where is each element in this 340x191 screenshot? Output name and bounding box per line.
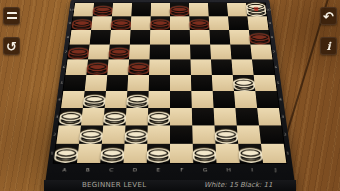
file-label-d: D bbox=[123, 165, 147, 175]
square-a2 bbox=[56, 125, 81, 143]
square-a4 bbox=[61, 91, 85, 108]
square-i3[interactable] bbox=[235, 108, 259, 126]
king-crown-icon: ♛ bbox=[252, 6, 260, 12]
square-d10[interactable] bbox=[131, 3, 151, 16]
square-g1[interactable]: ⛂ bbox=[193, 144, 217, 163]
white-count-label: White: 15 bbox=[204, 181, 238, 190]
square-h4[interactable] bbox=[213, 91, 236, 108]
square-h3 bbox=[214, 108, 237, 126]
square-f2[interactable] bbox=[170, 125, 193, 143]
square-f4[interactable] bbox=[170, 91, 192, 108]
file-label-c: C bbox=[99, 165, 123, 175]
square-c10 bbox=[112, 3, 132, 16]
square-i9[interactable] bbox=[228, 16, 249, 30]
square-b2[interactable]: ⛂ bbox=[79, 125, 103, 143]
square-i4 bbox=[234, 91, 257, 108]
square-f5 bbox=[170, 75, 191, 91]
file-label-i: I bbox=[240, 165, 264, 175]
info-icon: i bbox=[326, 41, 330, 52]
level-label: BEGINNER LEVEL bbox=[82, 181, 146, 190]
square-c3[interactable]: ⛂ bbox=[103, 108, 126, 126]
square-b7 bbox=[88, 45, 110, 60]
square-f8[interactable] bbox=[170, 30, 190, 44]
square-i5[interactable]: ⛂ bbox=[233, 75, 256, 91]
square-b4[interactable]: ⛂ bbox=[83, 91, 106, 108]
square-j9 bbox=[247, 16, 268, 30]
checkers-board[interactable]: ⛂⛂⛃♛⛂⛂⛂⛂⛂⛂⛂⛂⛂⛂⛂⛂⛂⛂⛂⛂⛂⛂⛂⛂⛂⛂⛂ 12345678910 … bbox=[44, 0, 296, 191]
square-c9[interactable]: ⛂ bbox=[111, 16, 131, 30]
game-screen: ⛂⛂⛃♛⛂⛂⛂⛂⛂⛂⛂⛂⛂⛂⛂⛂⛂⛂⛂⛂⛂⛂⛂⛂⛂⛂⛂ 12345678910 … bbox=[0, 0, 340, 191]
white-man[interactable]: ⛂ bbox=[148, 108, 170, 126]
square-g9[interactable]: ⛂ bbox=[189, 16, 209, 30]
square-g4 bbox=[191, 91, 213, 108]
square-d2[interactable]: ⛂ bbox=[125, 125, 148, 143]
square-g6 bbox=[190, 59, 211, 75]
black-man[interactable]: ⛂ bbox=[111, 16, 131, 30]
black-man[interactable]: ⛂ bbox=[150, 16, 170, 30]
square-d5 bbox=[127, 75, 149, 91]
white-man[interactable]: ⛂ bbox=[59, 108, 83, 126]
black-count-label: Black: 11 bbox=[240, 181, 272, 190]
square-f6[interactable] bbox=[170, 59, 191, 75]
restart-icon: ↺ bbox=[6, 39, 17, 52]
file-label-b: B bbox=[76, 165, 100, 175]
square-a8 bbox=[70, 30, 92, 44]
square-h9 bbox=[209, 16, 229, 30]
status-bar: BEGINNER LEVEL White: 15 Black: 11 bbox=[44, 180, 296, 191]
square-h5 bbox=[212, 75, 234, 91]
square-d8[interactable] bbox=[130, 30, 150, 44]
square-g5[interactable] bbox=[191, 75, 213, 91]
square-h2[interactable]: ⛂ bbox=[215, 125, 239, 143]
square-j2[interactable] bbox=[259, 125, 284, 143]
square-b8[interactable] bbox=[90, 30, 111, 44]
square-d4[interactable]: ⛂ bbox=[126, 91, 148, 108]
restart-button[interactable]: ↺ bbox=[3, 37, 20, 55]
board-scene: ⛂⛂⛃♛⛂⛂⛂⛂⛂⛂⛂⛂⛂⛂⛂⛂⛂⛂⛂⛂⛂⛂⛂⛂⛂⛂⛂ 12345678910 … bbox=[44, 0, 296, 191]
square-f1 bbox=[170, 144, 193, 163]
rank-label-right-4: 4 bbox=[277, 91, 285, 108]
square-f9 bbox=[170, 16, 190, 30]
square-c7[interactable]: ⛂ bbox=[109, 45, 130, 60]
rank-label-right-10: 10 bbox=[265, 3, 272, 16]
square-h6[interactable] bbox=[211, 59, 233, 75]
square-e4 bbox=[148, 91, 170, 108]
white-man[interactable]: ⛂ bbox=[100, 144, 124, 163]
white-man[interactable]: ⛂ bbox=[125, 125, 148, 143]
square-b6[interactable]: ⛂ bbox=[86, 59, 108, 75]
menu-button[interactable] bbox=[3, 7, 20, 25]
square-j10[interactable]: ⛃♛ bbox=[246, 3, 267, 16]
square-a10 bbox=[73, 3, 94, 16]
file-label-j: J bbox=[263, 165, 288, 175]
white-man[interactable]: ⛂ bbox=[215, 125, 239, 143]
square-e10 bbox=[151, 3, 170, 16]
square-b1 bbox=[77, 144, 102, 163]
square-j3 bbox=[257, 108, 281, 126]
hamburger-icon bbox=[7, 12, 17, 20]
square-c6 bbox=[107, 59, 129, 75]
rank-label-right-6: 6 bbox=[272, 59, 279, 75]
square-d1 bbox=[123, 144, 147, 163]
square-d3 bbox=[125, 108, 148, 126]
square-j8[interactable]: ⛂ bbox=[249, 30, 271, 44]
square-e6 bbox=[149, 59, 170, 75]
black-man[interactable]: ⛂ bbox=[128, 59, 149, 75]
white-man[interactable]: ⛂ bbox=[233, 75, 256, 91]
square-g8 bbox=[190, 30, 210, 44]
rank-label-right-7: 7 bbox=[270, 45, 277, 60]
square-g7[interactable] bbox=[190, 45, 211, 60]
info-button[interactable]: i bbox=[320, 37, 337, 55]
rank-label-right-1: 1 bbox=[284, 144, 292, 163]
file-label-f: F bbox=[170, 165, 194, 175]
black-man[interactable]: ⛂ bbox=[68, 45, 90, 60]
square-g2 bbox=[192, 125, 215, 143]
square-c4 bbox=[105, 91, 128, 108]
file-label-a: A bbox=[52, 165, 77, 175]
square-a5[interactable] bbox=[63, 75, 86, 91]
square-i2 bbox=[237, 125, 261, 143]
square-j4[interactable] bbox=[255, 91, 279, 108]
square-a6 bbox=[65, 59, 88, 75]
rank-label-right-9: 9 bbox=[267, 16, 274, 30]
square-f10[interactable]: ⛂ bbox=[170, 3, 189, 16]
white-man[interactable]: ⛂ bbox=[193, 144, 217, 163]
white-man[interactable]: ⛂ bbox=[238, 144, 263, 163]
square-e9[interactable]: ⛂ bbox=[150, 16, 170, 30]
square-b10[interactable]: ⛂ bbox=[93, 3, 113, 16]
undo-icon: ↶ bbox=[323, 9, 334, 22]
square-h7 bbox=[210, 45, 231, 60]
black-man[interactable]: ⛂ bbox=[189, 16, 209, 30]
black-man[interactable]: ⛂ bbox=[109, 45, 130, 60]
white-man[interactable]: ⛂ bbox=[126, 91, 148, 108]
square-a7[interactable]: ⛂ bbox=[68, 45, 90, 60]
white-man[interactable]: ⛂ bbox=[83, 91, 106, 108]
square-b5 bbox=[85, 75, 108, 91]
square-b3 bbox=[81, 108, 105, 126]
square-a1[interactable]: ⛂ bbox=[54, 144, 79, 163]
square-d7 bbox=[129, 45, 150, 60]
black-man[interactable]: ⛂ bbox=[249, 30, 271, 44]
file-label-g: G bbox=[193, 165, 217, 175]
square-d6[interactable]: ⛂ bbox=[128, 59, 149, 75]
square-h8[interactable] bbox=[209, 30, 230, 44]
white-king[interactable]: ⛃♛ bbox=[246, 3, 267, 16]
square-i8 bbox=[229, 30, 250, 44]
square-e3[interactable]: ⛂ bbox=[148, 108, 170, 126]
rank-label-right-3: 3 bbox=[279, 108, 287, 126]
file-labels: ABCDEFGHIJ bbox=[52, 165, 288, 175]
file-label-e: E bbox=[146, 165, 170, 175]
white-man[interactable]: ⛂ bbox=[147, 144, 170, 163]
square-g3[interactable] bbox=[192, 108, 215, 126]
square-i7[interactable] bbox=[230, 45, 252, 60]
rank-label-right-5: 5 bbox=[275, 75, 282, 91]
black-man[interactable]: ⛂ bbox=[93, 3, 113, 16]
square-e5[interactable] bbox=[149, 75, 170, 91]
square-i6 bbox=[231, 59, 253, 75]
square-h1 bbox=[215, 144, 239, 163]
board-grid: ⛂⛂⛃♛⛂⛂⛂⛂⛂⛂⛂⛂⛂⛂⛂⛂⛂⛂⛂⛂⛂⛂⛂⛂⛂⛂⛂ bbox=[54, 3, 287, 163]
square-j1 bbox=[261, 144, 286, 163]
white-man[interactable]: ⛂ bbox=[79, 125, 103, 143]
black-man[interactable]: ⛂ bbox=[71, 16, 92, 30]
white-man[interactable]: ⛂ bbox=[54, 144, 79, 163]
square-c8 bbox=[110, 30, 131, 44]
square-i1[interactable]: ⛂ bbox=[238, 144, 263, 163]
square-i10 bbox=[227, 3, 247, 16]
square-j6[interactable] bbox=[252, 59, 275, 75]
square-e1[interactable]: ⛂ bbox=[147, 144, 170, 163]
undo-button[interactable]: ↶ bbox=[320, 7, 337, 25]
black-man[interactable]: ⛂ bbox=[86, 59, 108, 75]
square-g10 bbox=[189, 3, 209, 16]
square-j7 bbox=[250, 45, 272, 60]
square-d9 bbox=[131, 16, 151, 30]
black-man[interactable]: ⛂ bbox=[170, 3, 189, 16]
rank-label-right-8: 8 bbox=[269, 30, 276, 44]
square-c5[interactable] bbox=[106, 75, 128, 91]
square-h10[interactable] bbox=[208, 3, 228, 16]
square-f7 bbox=[170, 45, 190, 60]
square-b9 bbox=[91, 16, 112, 30]
square-e8 bbox=[150, 30, 170, 44]
square-j5 bbox=[254, 75, 277, 91]
square-f3 bbox=[170, 108, 192, 126]
square-a3[interactable]: ⛂ bbox=[59, 108, 83, 126]
square-e2 bbox=[147, 125, 170, 143]
square-a9[interactable]: ⛂ bbox=[71, 16, 92, 30]
square-c1[interactable]: ⛂ bbox=[100, 144, 124, 163]
square-c2 bbox=[102, 125, 126, 143]
file-label-h: H bbox=[217, 165, 241, 175]
square-e7[interactable] bbox=[150, 45, 170, 60]
white-man[interactable]: ⛂ bbox=[103, 108, 126, 126]
